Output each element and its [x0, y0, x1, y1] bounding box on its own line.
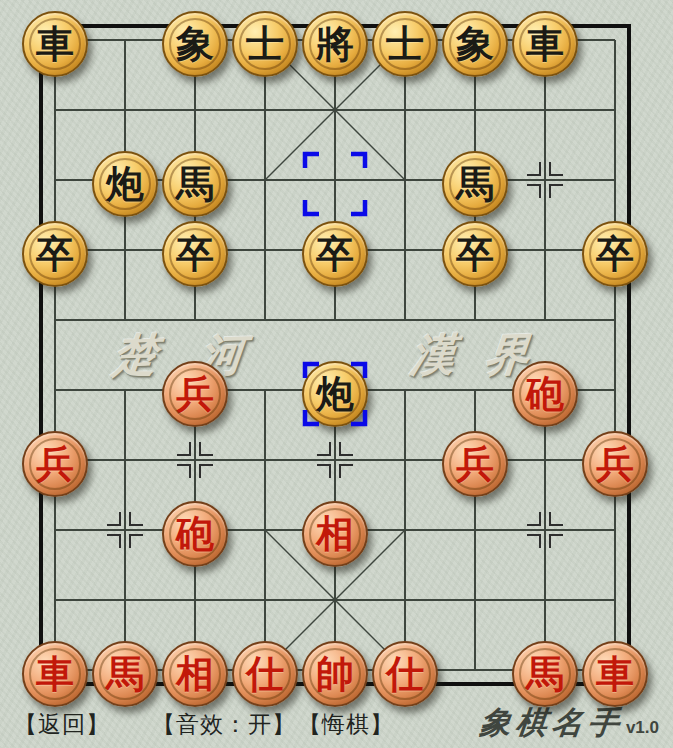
piece-black-soldier-i7[interactable]: 卒	[582, 221, 648, 287]
piece-char: 將	[316, 25, 354, 63]
piece-char: 士	[246, 25, 284, 63]
piece-black-soldier-g7[interactable]: 卒	[442, 221, 508, 287]
piece-char: 卒	[176, 235, 214, 273]
piece-red-horse-h1[interactable]: 馬	[512, 641, 578, 707]
piece-char: 卒	[596, 235, 634, 273]
piece-char: 仕	[386, 655, 424, 693]
piece-black-advisor-f10[interactable]: 士	[372, 11, 438, 77]
piece-char: 兵	[36, 445, 74, 483]
piece-char: 炮	[316, 375, 354, 413]
piece-char: 砲	[176, 515, 214, 553]
undo-move-button[interactable]: 【悔棋】	[298, 709, 394, 740]
game-screen: 楚 河 漢 界 車象士將士象車炮馬馬卒卒卒卒卒炮兵砲兵兵兵砲相車馬相仕帥仕馬車 …	[0, 0, 673, 748]
piece-red-advisor-d1[interactable]: 仕	[232, 641, 298, 707]
piece-char: 砲	[526, 375, 564, 413]
piece-black-chariot-a10[interactable]: 車	[22, 11, 88, 77]
piece-red-horse-b1[interactable]: 馬	[92, 641, 158, 707]
piece-black-elephant-g10[interactable]: 象	[442, 11, 508, 77]
piece-char: 車	[526, 25, 564, 63]
piece-red-soldier-c5[interactable]: 兵	[162, 361, 228, 427]
piece-black-advisor-d10[interactable]: 士	[232, 11, 298, 77]
piece-red-chariot-a1[interactable]: 車	[22, 641, 88, 707]
piece-char: 卒	[316, 235, 354, 273]
piece-char: 車	[36, 655, 74, 693]
back-button[interactable]: 【返回】	[14, 709, 110, 740]
piece-char: 馬	[526, 655, 564, 693]
piece-char: 馬	[106, 655, 144, 693]
piece-red-elephant-c1[interactable]: 相	[162, 641, 228, 707]
piece-char: 象	[456, 25, 494, 63]
piece-black-chariot-h10[interactable]: 車	[512, 11, 578, 77]
pieces-layer: 車象士將士象車炮馬馬卒卒卒卒卒炮兵砲兵兵兵砲相車馬相仕帥仕馬車	[0, 0, 673, 700]
piece-char: 象	[176, 25, 214, 63]
piece-char: 相	[316, 515, 354, 553]
piece-red-elephant-e3[interactable]: 相	[302, 501, 368, 567]
piece-char: 卒	[456, 235, 494, 273]
piece-black-general-e10[interactable]: 將	[302, 11, 368, 77]
brand-name: 象棋名手	[478, 704, 626, 741]
piece-black-horse-c8[interactable]: 馬	[162, 151, 228, 217]
piece-red-chariot-i1[interactable]: 車	[582, 641, 648, 707]
piece-char: 炮	[106, 165, 144, 203]
piece-char: 兵	[176, 375, 214, 413]
piece-black-elephant-c10[interactable]: 象	[162, 11, 228, 77]
piece-char: 相	[176, 655, 214, 693]
app-brand: 象棋名手 v1.0	[480, 704, 659, 741]
sound-toggle-button[interactable]: 【音效：开】	[152, 709, 296, 740]
piece-char: 車	[596, 655, 634, 693]
piece-red-general-e1[interactable]: 帥	[302, 641, 368, 707]
piece-black-soldier-e7[interactable]: 卒	[302, 221, 368, 287]
piece-black-cannon-e5[interactable]: 炮	[302, 361, 368, 427]
piece-red-advisor-f1[interactable]: 仕	[372, 641, 438, 707]
piece-char: 仕	[246, 655, 284, 693]
piece-char: 車	[36, 25, 74, 63]
piece-red-soldier-g4[interactable]: 兵	[442, 431, 508, 497]
brand-version: v1.0	[626, 719, 659, 736]
piece-char: 士	[386, 25, 424, 63]
piece-black-horse-g8[interactable]: 馬	[442, 151, 508, 217]
piece-red-cannon-c3[interactable]: 砲	[162, 501, 228, 567]
piece-char: 兵	[596, 445, 634, 483]
piece-black-cannon-b8[interactable]: 炮	[92, 151, 158, 217]
piece-char: 馬	[176, 165, 214, 203]
piece-black-soldier-a7[interactable]: 卒	[22, 221, 88, 287]
piece-red-soldier-a4[interactable]: 兵	[22, 431, 88, 497]
piece-char: 卒	[36, 235, 74, 273]
piece-black-soldier-c7[interactable]: 卒	[162, 221, 228, 287]
piece-red-soldier-i4[interactable]: 兵	[582, 431, 648, 497]
piece-char: 帥	[316, 655, 354, 693]
piece-char: 馬	[456, 165, 494, 203]
xiangqi-board[interactable]: 楚 河 漢 界 車象士將士象車炮馬馬卒卒卒卒卒炮兵砲兵兵兵砲相車馬相仕帥仕馬車	[0, 0, 673, 700]
piece-red-cannon-h5[interactable]: 砲	[512, 361, 578, 427]
piece-char: 兵	[456, 445, 494, 483]
